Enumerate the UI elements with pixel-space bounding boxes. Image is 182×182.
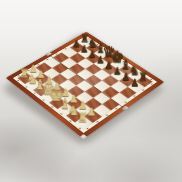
chess-board: ♜♞♝♛♚♝♞♜♟♟♟♟♟♟♟♟♟♟♟♟♟♟♟♟♜♞♝♛♚♝♞♜ (6, 32, 164, 139)
piece-white-rook-h1: ♜ (76, 102, 90, 124)
piece-black-pawn-h7: ♟ (129, 68, 142, 89)
chess-set-photo: ♜♞♝♛♚♝♞♜♟♟♟♟♟♟♟♟♟♟♟♟♟♟♟♟♜♞♝♛♚♝♞♜ (0, 0, 182, 182)
